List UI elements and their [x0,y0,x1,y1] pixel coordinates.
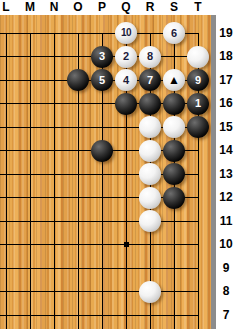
board-cell [42,303,66,327]
board-cell [186,139,210,163]
board-cell [42,162,66,186]
board-cell [18,209,42,233]
board-cell [66,209,90,233]
black-stone-O17[interactable] [67,69,89,91]
board-cell [90,303,114,327]
board-cell [18,68,42,92]
board-cell [162,45,186,69]
board-cell [42,45,66,69]
black-stone-P17[interactable]: 5 [91,69,113,91]
col-label-L: L [0,0,14,15]
go-diagram: LMNOPQRST 106328547▲91 19181716151413121… [0,0,236,329]
board-cell [0,303,18,327]
board-cell [0,280,18,304]
board-cell [186,186,210,210]
move-number: 8 [147,51,153,62]
board-cell [18,45,42,69]
col-label-T: T [190,0,206,15]
board-cell [42,68,66,92]
board-cell [114,280,138,304]
board-cell [90,280,114,304]
white-stone-S17[interactable]: ▲ [163,69,185,91]
board-cell [114,115,138,139]
board-cell [42,115,66,139]
row-label-18: 18 [216,49,236,64]
row-label-14: 14 [216,143,236,158]
col-label-P: P [94,0,110,15]
col-label-Q: Q [118,0,134,15]
move-number: 7 [147,75,153,86]
row-label-9: 9 [216,261,236,276]
row-label-10: 10 [216,237,236,252]
white-stone-R13[interactable] [139,163,161,185]
board-cell [162,303,186,327]
board-cell [42,21,66,45]
move-number: 3 [99,51,105,62]
move-number: 9 [195,75,201,86]
col-label-R: R [142,0,158,15]
board-cell [42,256,66,280]
board-cell [0,256,18,280]
board-cell [162,209,186,233]
black-stone-P14[interactable] [91,140,113,162]
move-number: 5 [99,75,105,86]
white-stone-S19[interactable]: 6 [163,22,185,44]
row-label-11: 11 [216,214,236,229]
board-cell [114,186,138,210]
board-cell [0,115,18,139]
black-stone-T15[interactable] [187,116,209,138]
col-label-O: O [70,0,86,15]
black-stone-S12[interactable] [163,187,185,209]
board-cell [90,92,114,116]
board-cell [0,233,18,257]
board-cell [162,233,186,257]
white-stone-R14[interactable] [139,140,161,162]
board-cell [18,162,42,186]
board-cell [42,186,66,210]
board-cell [90,233,114,257]
move-number: 1 [195,98,201,109]
board-cell [0,68,18,92]
board-cell [186,233,210,257]
white-stone-R8[interactable] [139,281,161,303]
board-cell [66,280,90,304]
board-cell [138,233,162,257]
board-cell [18,92,42,116]
black-stone-S13[interactable] [163,163,185,185]
board-cell [18,21,42,45]
board-cell [114,209,138,233]
board-cell [42,280,66,304]
row-label-8: 8 [216,284,236,299]
board-cell [162,280,186,304]
row-label-7: 7 [216,308,236,323]
move-number: 2 [123,51,129,62]
board-cell [0,139,18,163]
board-cell [18,303,42,327]
board-cell [186,303,210,327]
board-cell [114,162,138,186]
board-cell [66,186,90,210]
white-stone-Q17[interactable]: 4 [115,69,137,91]
move-number: 6 [171,28,177,39]
board-cell [186,280,210,304]
board-cell [138,256,162,280]
col-label-M: M [22,0,38,15]
board-cell [90,115,114,139]
black-stone-P18[interactable]: 3 [91,46,113,68]
board-cell [66,162,90,186]
board-cell [18,233,42,257]
white-stone-Q19[interactable]: 10 [115,22,137,44]
col-label-S: S [166,0,182,15]
board-cell [66,21,90,45]
go-board[interactable]: 106328547▲91 [0,15,211,329]
star-point-Q10 [124,242,129,247]
board-cell [18,256,42,280]
white-stone-Q18[interactable]: 2 [115,46,137,68]
board-cell [186,21,210,45]
black-stone-S14[interactable] [163,140,185,162]
board-cell [90,186,114,210]
white-stone-R15[interactable] [139,116,161,138]
board-cell [0,209,18,233]
board-cell [66,139,90,163]
board-cell [162,256,186,280]
black-stone-R17[interactable]: 7 [139,69,161,91]
move-number: 10 [121,28,131,38]
row-labels: 19181716151413121110987 [216,0,236,329]
board-cell [0,21,18,45]
board-cell [18,186,42,210]
board-cell [114,256,138,280]
row-label-16: 16 [216,96,236,111]
triangle-marker: ▲ [168,74,180,86]
board-cell [90,162,114,186]
white-stone-R12[interactable] [139,187,161,209]
board-cell [138,303,162,327]
board-cell [0,162,18,186]
board-cell [18,280,42,304]
board-cell [114,139,138,163]
board-cell [138,21,162,45]
board-cell [18,139,42,163]
board-cell [66,92,90,116]
black-stone-R16[interactable] [139,93,161,115]
board-cell [66,115,90,139]
board-cell [90,209,114,233]
board-cell [66,233,90,257]
black-stone-S16[interactable] [163,93,185,115]
row-label-15: 15 [216,120,236,135]
board-cell [90,256,114,280]
board-cell [186,256,210,280]
board-cell [90,21,114,45]
board-cell [0,186,18,210]
board-cell [0,92,18,116]
board-cell [42,233,66,257]
column-labels: LMNOPQRST [0,0,236,15]
board-cell [18,115,42,139]
row-label-19: 19 [216,26,236,41]
board-cell [42,209,66,233]
board-cell [42,139,66,163]
board-cell [114,303,138,327]
move-number: 4 [123,75,129,86]
black-stone-T16[interactable]: 1 [187,93,209,115]
white-stone-R18[interactable]: 8 [139,46,161,68]
board-cell [0,45,18,69]
board-cell [66,303,90,327]
black-stone-Q16[interactable] [115,93,137,115]
white-stone-S15[interactable] [163,116,185,138]
board-cell [186,209,210,233]
row-label-12: 12 [216,190,236,205]
board-cell [186,162,210,186]
board-cell [66,256,90,280]
board-cell [66,45,90,69]
row-label-17: 17 [216,73,236,88]
board-cell [42,92,66,116]
white-stone-T18[interactable] [187,46,209,68]
col-label-N: N [46,0,62,15]
black-stone-T17[interactable]: 9 [187,69,209,91]
row-label-13: 13 [216,167,236,182]
white-stone-R11[interactable] [139,210,161,232]
